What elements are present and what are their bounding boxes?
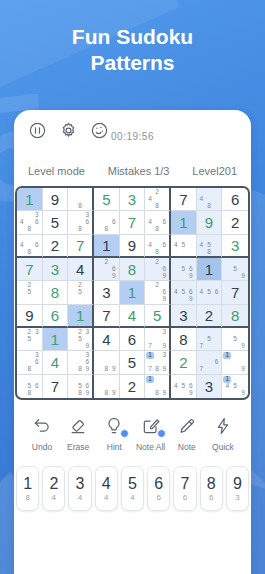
title-line-2: Patterns bbox=[90, 51, 174, 74]
tool-label: Quick bbox=[212, 442, 234, 452]
cell-r6c2[interactable]: 6 bbox=[43, 305, 69, 328]
cell-value: 5 bbox=[51, 215, 59, 230]
cell-value: 7 bbox=[231, 285, 239, 300]
note-digit: 4 bbox=[172, 289, 180, 296]
cell-value: 8 bbox=[128, 262, 136, 277]
key-digit: 6 bbox=[154, 476, 163, 492]
cell-r4c8[interactable]: 1 bbox=[197, 258, 223, 281]
note-digit: 9 bbox=[161, 366, 168, 373]
note-digit: 6 bbox=[33, 359, 41, 366]
cell-r3c5[interactable]: 9 bbox=[120, 235, 146, 258]
note-digit: 4 bbox=[198, 289, 206, 296]
cell-notes: 368 bbox=[18, 352, 41, 372]
note-digit: 9 bbox=[239, 366, 247, 373]
cell-notes: 48 bbox=[198, 189, 221, 209]
cell-r6c6[interactable]: 5 bbox=[145, 305, 171, 328]
mistakes-counter: Mistakes 1/3 bbox=[108, 165, 170, 177]
note-digit: 7 bbox=[198, 366, 206, 373]
tool-label: Erase bbox=[67, 442, 89, 452]
cell-r9c6[interactable]: 189 bbox=[145, 375, 171, 398]
undo-icon bbox=[32, 416, 52, 439]
cell-value: 3 bbox=[231, 238, 239, 253]
note-digit: 4 bbox=[223, 383, 231, 390]
cell-r5c6[interactable]: 269 bbox=[145, 281, 171, 304]
cell-value: 9 bbox=[205, 215, 213, 230]
cell-r2c5[interactable]: 7 bbox=[120, 211, 146, 234]
note-digit: 4 bbox=[146, 219, 153, 226]
cell-r3c6[interactable]: 468 bbox=[145, 235, 171, 258]
key-digit: 8 bbox=[207, 476, 216, 492]
cell-r5c4[interactable]: 3 bbox=[94, 281, 120, 304]
note-digit: 9 bbox=[110, 366, 118, 373]
eraser-icon bbox=[68, 416, 88, 439]
cell-notes: 468 bbox=[146, 236, 168, 255]
cell-r8c3[interactable]: 3689 bbox=[68, 351, 94, 374]
cell-r7c4[interactable]: 4 bbox=[94, 328, 120, 351]
note-digit: 7 bbox=[146, 366, 153, 373]
cell-notes: 379 bbox=[146, 329, 168, 349]
note-digit: 8 bbox=[26, 366, 34, 373]
cell-r5c9[interactable]: 7 bbox=[222, 281, 248, 304]
cell-r4c6[interactable]: 269 bbox=[145, 258, 171, 281]
note-digit: 4 bbox=[146, 242, 153, 249]
note-digit: 6 bbox=[33, 383, 41, 390]
key-remaining-count: 4 bbox=[130, 494, 134, 502]
note-digit: 8 bbox=[103, 226, 111, 233]
key-2[interactable]: 24 bbox=[42, 466, 65, 511]
note-digit: 4 bbox=[146, 196, 153, 203]
cell-notes: 59 bbox=[223, 329, 247, 349]
cell-r4c2[interactable]: 3 bbox=[43, 258, 69, 281]
cell-value: 3 bbox=[128, 192, 136, 207]
cell-r7c2[interactable]: 1 bbox=[43, 328, 69, 351]
cell-value: 4 bbox=[102, 332, 110, 347]
note-digit: 7 bbox=[198, 343, 206, 350]
note-digit: 5 bbox=[77, 289, 84, 296]
cell-notes: 269 bbox=[95, 259, 118, 279]
note-digit: 9 bbox=[110, 390, 118, 397]
cell-r4c7[interactable]: 569 bbox=[171, 258, 197, 281]
cell-notes: 8 bbox=[69, 189, 91, 209]
note-digit: 2 bbox=[154, 189, 161, 196]
cell-notes: 456 bbox=[198, 282, 221, 302]
key-6[interactable]: 66 bbox=[147, 466, 170, 511]
title-line-1: Fun Sudoku bbox=[72, 25, 193, 48]
cell-r1c4[interactable]: 5 bbox=[94, 188, 120, 211]
note-digit: 8 bbox=[26, 249, 34, 256]
note-digit: 6 bbox=[213, 289, 221, 296]
note-digit: 6 bbox=[33, 242, 41, 249]
cell-value: 3 bbox=[51, 262, 59, 277]
cell-notes: 89 bbox=[95, 352, 118, 372]
cell-notes: 468 bbox=[146, 212, 168, 232]
cell-r1c8[interactable]: 48 bbox=[197, 188, 223, 211]
note-digit: 8 bbox=[154, 390, 161, 397]
cell-value: 8 bbox=[51, 285, 59, 300]
cell-value: 4 bbox=[76, 262, 84, 277]
cell-r7c9[interactable]: 59 bbox=[222, 328, 248, 351]
cell-notes: 57 bbox=[198, 329, 221, 349]
note-digit: 4 bbox=[198, 242, 206, 249]
cell-r6c7[interactable]: 3 bbox=[171, 305, 197, 328]
cell-value: 3 bbox=[205, 379, 213, 394]
cell-value: 2 bbox=[205, 308, 213, 323]
cell-r6c3[interactable]: 1 bbox=[68, 305, 94, 328]
note-digit: 8 bbox=[26, 390, 34, 397]
cell-value: 7 bbox=[179, 192, 187, 207]
note-digit: 5 bbox=[205, 289, 213, 296]
cell-r6c4[interactable]: 7 bbox=[94, 305, 120, 328]
cell-value: 7 bbox=[76, 238, 84, 253]
cell-r9c2[interactable]: 7 bbox=[43, 375, 69, 398]
key-7[interactable]: 76 bbox=[173, 466, 196, 511]
note-digit: 9 bbox=[84, 343, 91, 350]
cell-r1c9[interactable]: 6 bbox=[222, 188, 248, 211]
cell-value: 7 bbox=[128, 215, 136, 230]
cell-r2c9[interactable]: 2 bbox=[222, 211, 248, 234]
cell-r2c8[interactable]: 9 bbox=[197, 211, 223, 234]
cell-r5c2[interactable]: 8 bbox=[43, 281, 69, 304]
note-digit: 4 bbox=[18, 219, 26, 226]
note-digit: 5 bbox=[231, 336, 239, 343]
note-digit: 7 bbox=[146, 343, 153, 350]
note-digit: 9 bbox=[84, 366, 91, 373]
cell-r8c4[interactable]: 89 bbox=[94, 351, 120, 374]
tool-label: Note bbox=[178, 442, 196, 452]
cell-value: 5 bbox=[102, 192, 110, 207]
cell-r7c5[interactable]: 6 bbox=[120, 328, 146, 351]
key-digit: 2 bbox=[49, 476, 58, 492]
key-digit: 4 bbox=[102, 476, 111, 492]
note-all-button[interactable]: Note All bbox=[133, 416, 169, 452]
cell-value: 2 bbox=[128, 379, 136, 394]
cell-r2c2[interactable]: 5 bbox=[43, 211, 69, 234]
note-digit: 2 bbox=[154, 282, 161, 289]
cell-notes: 4569 bbox=[172, 376, 195, 397]
quick-button[interactable]: Quick bbox=[205, 416, 241, 452]
note-digit: 5 bbox=[180, 266, 188, 273]
note-digit: 8 bbox=[77, 366, 84, 373]
cell-notes: 19 bbox=[223, 352, 247, 372]
note-digit: 8 bbox=[154, 249, 161, 256]
note-digit: 8 bbox=[205, 249, 213, 256]
note-digit: 5 bbox=[180, 383, 188, 390]
note-digit: 4 bbox=[172, 383, 180, 390]
cell-value: 6 bbox=[128, 332, 136, 347]
note-digit: 9 bbox=[161, 296, 168, 303]
cell-value: 1 bbox=[76, 308, 84, 323]
cell-notes: 248 bbox=[146, 189, 168, 209]
key-remaining-count: 4 bbox=[52, 494, 56, 502]
cell-notes: 468 bbox=[18, 236, 41, 255]
cell-r3c9[interactable]: 3 bbox=[222, 235, 248, 258]
cell-value: 3 bbox=[179, 308, 187, 323]
note-digit: 9 bbox=[161, 390, 168, 397]
note-digit: 8 bbox=[103, 366, 111, 373]
note-digit: 6 bbox=[84, 219, 91, 226]
top-icon-bar: 00:19:56 bbox=[14, 110, 251, 157]
note-digit: 9 bbox=[161, 343, 168, 350]
cell-r1c1[interactable]: 1 bbox=[17, 188, 43, 211]
cell-r2c4[interactable]: 68 bbox=[94, 211, 120, 234]
note-digit: 5 bbox=[180, 289, 188, 296]
cell-r2c3[interactable]: 368 bbox=[68, 211, 94, 234]
cell-r4c4[interactable]: 269 bbox=[94, 258, 120, 281]
note-digit: 6 bbox=[161, 242, 168, 249]
cell-notes: 2359 bbox=[69, 329, 91, 349]
note-button[interactable]: Note bbox=[169, 416, 205, 452]
key-remaining-count: 3 bbox=[235, 494, 239, 502]
key-digit: 7 bbox=[180, 476, 189, 492]
count-badge bbox=[157, 429, 166, 438]
note-digit: 6 bbox=[110, 219, 118, 226]
cell-r8c6[interactable]: 13789 bbox=[145, 351, 171, 374]
key-remaining-count: 4 bbox=[104, 494, 108, 502]
status-bar: Level mode Mistakes 1/3 Level201 bbox=[14, 157, 251, 177]
pencil-icon bbox=[177, 416, 197, 439]
cell-value: 9 bbox=[25, 308, 33, 323]
cell-value: 6 bbox=[231, 192, 239, 207]
cell-r2c7[interactable]: 1 bbox=[171, 211, 197, 234]
cell-r7c1[interactable]: 235 bbox=[17, 328, 43, 351]
cell-notes: 235 bbox=[18, 329, 41, 349]
cell-r4c9[interactable]: 59 bbox=[222, 258, 248, 281]
cell-r2c6[interactable]: 468 bbox=[145, 211, 171, 234]
note-digit: 9 bbox=[110, 273, 118, 280]
cell-notes: 3468 bbox=[18, 212, 41, 232]
note-digit: 9 bbox=[239, 343, 247, 350]
lightning-icon bbox=[213, 416, 233, 439]
tool-label: Undo bbox=[32, 442, 52, 452]
note-digit: 1 bbox=[223, 352, 231, 359]
cell-r3c8[interactable]: 458 bbox=[197, 235, 223, 258]
cell-value: 1 bbox=[102, 238, 110, 253]
number-keypad: 182434445466768693 bbox=[16, 466, 249, 511]
cell-notes: 1459 bbox=[223, 376, 247, 397]
action-toolbar: UndoEraseHintNote AllNoteQuick bbox=[14, 416, 251, 452]
cell-r5c5[interactable]: 1 bbox=[120, 281, 146, 304]
cell-r6c1[interactable]: 9 bbox=[17, 305, 43, 328]
timer: 00:19:56 bbox=[14, 131, 251, 142]
undo-button[interactable]: Undo bbox=[24, 416, 60, 452]
cell-notes: 568 bbox=[18, 376, 41, 397]
cell-value: 1 bbox=[128, 285, 136, 300]
key-1[interactable]: 18 bbox=[16, 466, 39, 511]
cell-r3c1[interactable]: 468 bbox=[17, 235, 43, 258]
cell-value: 4 bbox=[51, 355, 59, 370]
cell-r9c9[interactable]: 1459 bbox=[222, 375, 248, 398]
note-digit: 4 bbox=[18, 242, 26, 249]
note-digit: 5 bbox=[77, 336, 84, 343]
cell-r8c5[interactable]: 5 bbox=[120, 351, 146, 374]
erase-button[interactable]: Erase bbox=[60, 416, 96, 452]
cell-r1c5[interactable]: 3 bbox=[120, 188, 146, 211]
game-card: 00:19:56 Level mode Mistakes 1/3 Level20… bbox=[14, 110, 251, 574]
cell-value: 9 bbox=[128, 238, 136, 253]
cell-r8c1[interactable]: 368 bbox=[17, 351, 43, 374]
cell-r7c6[interactable]: 379 bbox=[145, 328, 171, 351]
note-digit: 9 bbox=[239, 273, 247, 280]
cell-r9c8[interactable]: 3 bbox=[197, 375, 223, 398]
note-digit: 6 bbox=[161, 219, 168, 226]
cell-r5c1[interactable]: 25 bbox=[17, 281, 43, 304]
note-digit: 6 bbox=[33, 219, 41, 226]
cell-value: 4 bbox=[128, 308, 136, 323]
note-digit: 8 bbox=[77, 203, 84, 210]
tool-label: Hint bbox=[107, 442, 122, 452]
cell-notes: 4569 bbox=[172, 282, 195, 302]
cell-notes: 189 bbox=[146, 376, 168, 397]
cell-value: 7 bbox=[51, 379, 59, 394]
cell-notes: 59 bbox=[223, 259, 247, 279]
key-remaining-count: 6 bbox=[156, 494, 160, 502]
cell-value: 1 bbox=[51, 332, 59, 347]
note-digit: 3 bbox=[161, 352, 168, 359]
cell-r7c8[interactable]: 57 bbox=[197, 328, 223, 351]
cell-notes: 269 bbox=[146, 282, 168, 302]
note-digit: 9 bbox=[84, 390, 91, 397]
note-digit: 9 bbox=[161, 273, 168, 280]
cell-r8c8[interactable]: 67 bbox=[197, 351, 223, 374]
note-digit: 3 bbox=[161, 329, 168, 336]
sudoku-grid: 1985324874863468536868746819246827194684… bbox=[15, 186, 250, 400]
cell-r6c9[interactable]: 8 bbox=[222, 305, 248, 328]
note-digit: 8 bbox=[154, 203, 161, 210]
cell-notes: 458 bbox=[198, 236, 221, 255]
note-digit: 5 bbox=[205, 336, 213, 343]
cell-r9c7[interactable]: 4569 bbox=[171, 375, 197, 398]
cell-r1c6[interactable]: 248 bbox=[145, 188, 171, 211]
cell-value: 5 bbox=[153, 308, 161, 323]
note-digit: 9 bbox=[239, 390, 247, 397]
note-digit: 8 bbox=[103, 390, 111, 397]
cell-r5c7[interactable]: 4569 bbox=[171, 281, 197, 304]
cell-r1c2[interactable]: 9 bbox=[43, 188, 69, 211]
page-title: Fun SudokuPatterns bbox=[0, 0, 265, 77]
cell-notes: 13789 bbox=[146, 352, 168, 372]
cell-r7c7[interactable]: 8 bbox=[171, 328, 197, 351]
note-digit: 8 bbox=[77, 390, 84, 397]
note-digit: 1 bbox=[146, 376, 153, 383]
cell-value: 8 bbox=[231, 308, 239, 323]
key-digit: 5 bbox=[128, 476, 137, 492]
note-digit: 8 bbox=[26, 226, 34, 233]
note-digit: 2 bbox=[103, 259, 111, 266]
note-digit: 8 bbox=[205, 203, 213, 210]
note-digit: 9 bbox=[187, 273, 195, 280]
cell-r8c2[interactable]: 4 bbox=[43, 351, 69, 374]
note-digit: 4 bbox=[198, 196, 206, 203]
note-digit: 6 bbox=[213, 359, 221, 366]
count-badge bbox=[120, 429, 129, 438]
cell-notes: 68 bbox=[95, 212, 118, 232]
cell-notes: 5689 bbox=[69, 376, 91, 397]
cell-r4c5[interactable]: 8 bbox=[120, 258, 146, 281]
cell-r6c8[interactable]: 2 bbox=[197, 305, 223, 328]
note-digit: 8 bbox=[154, 226, 161, 233]
note-digit: 2 bbox=[154, 259, 161, 266]
level-mode-label: Level mode bbox=[28, 165, 85, 177]
key-8[interactable]: 86 bbox=[200, 466, 223, 511]
cell-r4c1[interactable]: 7 bbox=[17, 258, 43, 281]
cell-value: 2 bbox=[179, 355, 187, 370]
cell-r9c4[interactable]: 89 bbox=[94, 375, 120, 398]
key-3[interactable]: 34 bbox=[68, 466, 91, 511]
key-remaining-count: 6 bbox=[209, 494, 213, 502]
cell-r8c7[interactable]: 2 bbox=[171, 351, 197, 374]
cell-value: 1 bbox=[179, 215, 187, 230]
note-digit: 5 bbox=[231, 383, 239, 390]
note-digit: 9 bbox=[187, 390, 195, 397]
key-digit: 1 bbox=[23, 476, 32, 492]
cell-r3c2[interactable]: 2 bbox=[43, 235, 69, 258]
note-digit: 8 bbox=[77, 226, 84, 233]
key-remaining-count: 8 bbox=[25, 494, 29, 502]
cell-notes: 368 bbox=[69, 212, 91, 232]
cell-r5c8[interactable]: 456 bbox=[197, 281, 223, 304]
cell-r1c3[interactable]: 8 bbox=[68, 188, 94, 211]
hint-button[interactable]: Hint bbox=[96, 416, 132, 452]
note-digit: 5 bbox=[180, 242, 188, 249]
cell-r4c3[interactable]: 4 bbox=[68, 258, 94, 281]
cell-value: 6 bbox=[51, 308, 59, 323]
cell-r8c9[interactable]: 19 bbox=[222, 351, 248, 374]
level-number: Level201 bbox=[192, 165, 237, 177]
cell-r6c5[interactable]: 4 bbox=[120, 305, 146, 328]
cell-value: 5 bbox=[128, 355, 136, 370]
note-digit: 5 bbox=[26, 289, 34, 296]
note-digit: 8 bbox=[154, 366, 161, 373]
cell-r3c3[interactable]: 7 bbox=[68, 235, 94, 258]
note-digit: 9 bbox=[187, 296, 195, 303]
key-9[interactable]: 93 bbox=[226, 466, 249, 511]
cell-notes: 25 bbox=[69, 282, 91, 302]
key-digit: 9 bbox=[233, 476, 242, 492]
cell-r3c4[interactable]: 1 bbox=[94, 235, 120, 258]
key-remaining-count: 6 bbox=[183, 494, 187, 502]
cell-notes: 3689 bbox=[69, 352, 91, 372]
note-digit: 5 bbox=[26, 336, 34, 343]
cell-value: 2 bbox=[51, 238, 59, 253]
cell-value: 9 bbox=[51, 192, 59, 207]
cell-notes: 67 bbox=[198, 352, 221, 372]
cell-r2c1[interactable]: 3468 bbox=[17, 211, 43, 234]
cell-notes: 269 bbox=[146, 259, 168, 279]
key-digit: 3 bbox=[76, 476, 85, 492]
cell-value: 7 bbox=[102, 308, 110, 323]
cell-r7c3[interactable]: 2359 bbox=[68, 328, 94, 351]
cell-value: 1 bbox=[205, 262, 213, 277]
key-remaining-count: 4 bbox=[78, 494, 82, 502]
note-digit: 3 bbox=[33, 329, 41, 336]
cell-value: 1 bbox=[25, 192, 33, 207]
cell-value: 7 bbox=[25, 262, 33, 277]
cell-r9c3[interactable]: 5689 bbox=[68, 375, 94, 398]
cell-r9c1[interactable]: 568 bbox=[17, 375, 43, 398]
cell-r9c5[interactable]: 2 bbox=[120, 375, 146, 398]
key-5[interactable]: 54 bbox=[121, 466, 144, 511]
cell-r5c3[interactable]: 25 bbox=[68, 281, 94, 304]
cell-notes: 45 bbox=[172, 236, 195, 255]
cell-value: 2 bbox=[231, 215, 239, 230]
cell-r3c7[interactable]: 45 bbox=[171, 235, 197, 258]
cell-r1c7[interactable]: 7 bbox=[171, 188, 197, 211]
key-4[interactable]: 44 bbox=[95, 466, 118, 511]
cell-notes: 569 bbox=[172, 259, 195, 279]
cell-notes: 25 bbox=[18, 282, 41, 302]
note-digit: 4 bbox=[172, 242, 180, 249]
note-digit: 5 bbox=[231, 266, 239, 273]
